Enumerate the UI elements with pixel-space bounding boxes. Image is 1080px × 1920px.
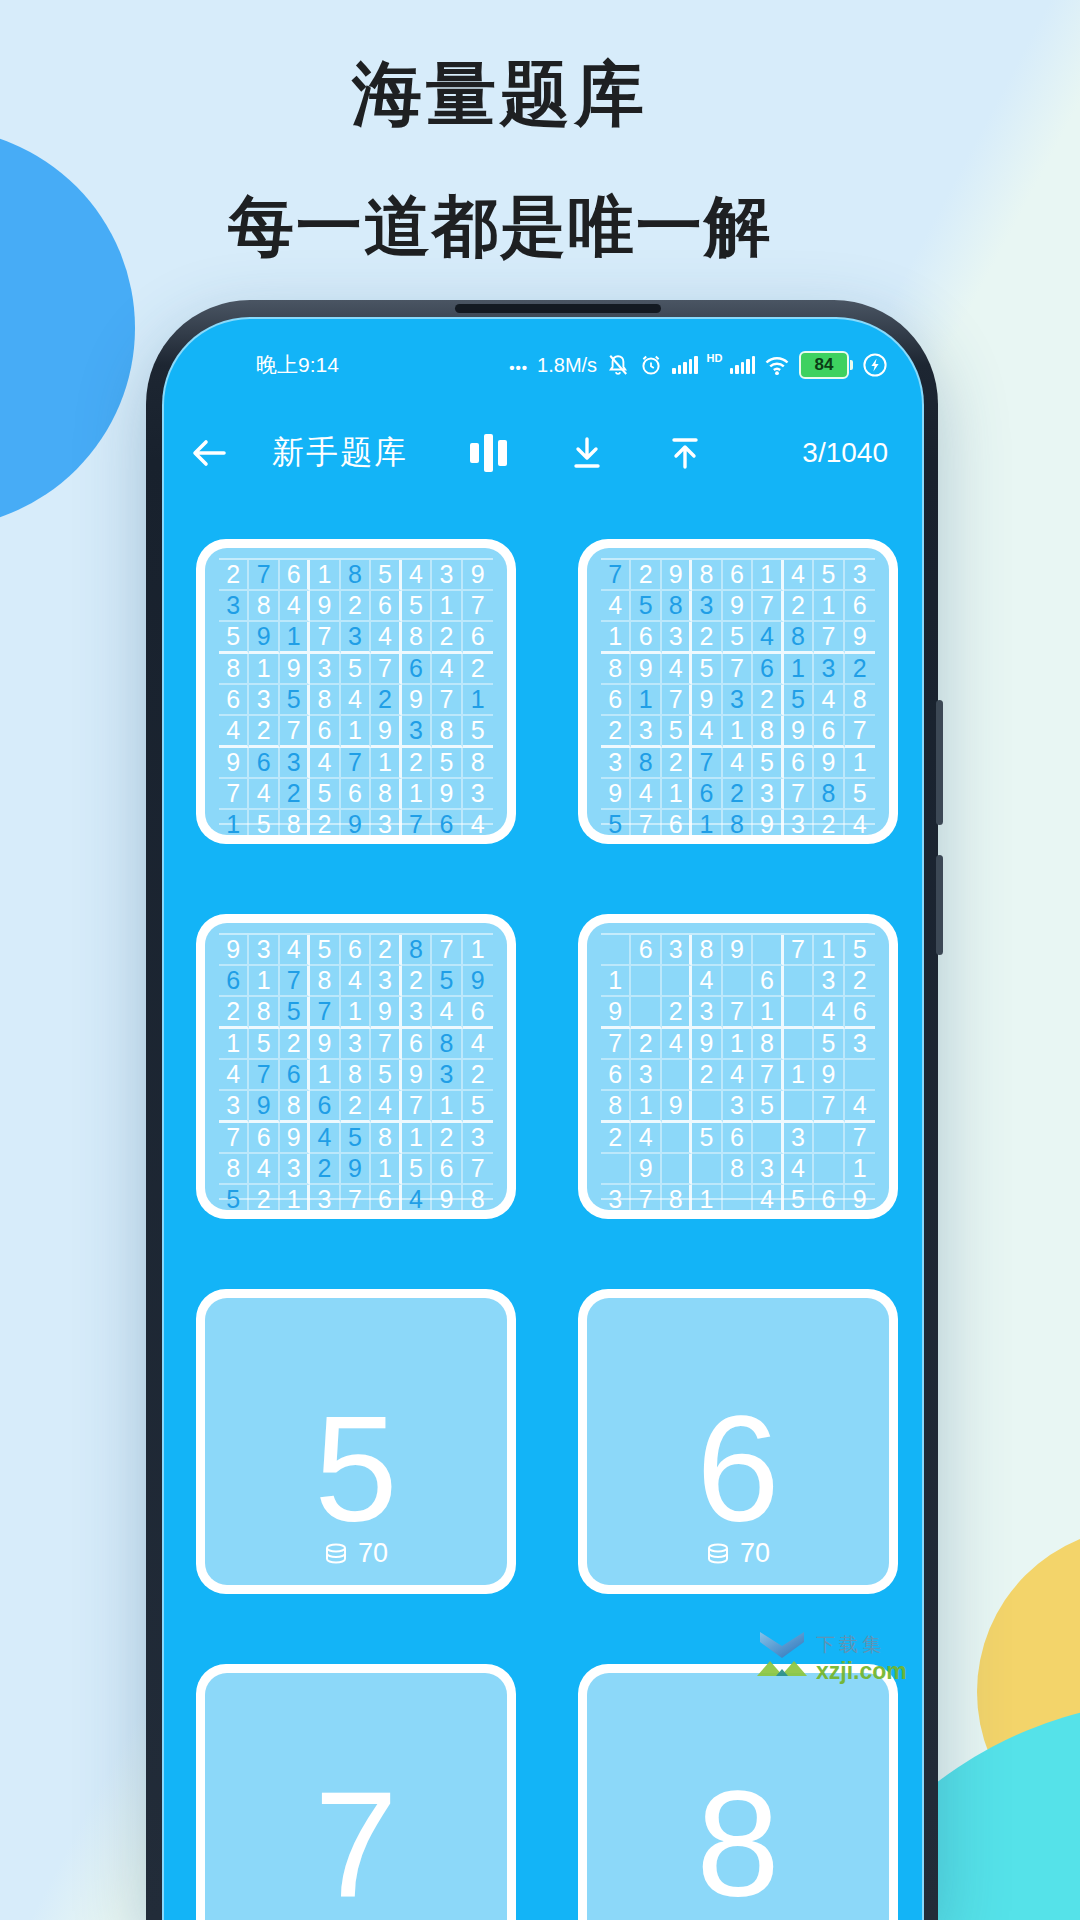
sudoku-cell: 1 <box>753 560 783 591</box>
sudoku-cell: 2 <box>784 591 814 622</box>
sudoku-cell: 5 <box>402 591 432 622</box>
sudoku-cell: 1 <box>723 716 753 748</box>
sudoku-cell: 1 <box>845 1154 875 1185</box>
sudoku-cell: 4 <box>814 685 844 716</box>
sudoku-cell: 7 <box>371 654 401 685</box>
sudoku-cell <box>784 1091 814 1123</box>
sudoku-cell: 2 <box>845 966 875 997</box>
hd-label: HD <box>707 352 723 364</box>
sudoku-cell: 1 <box>280 1185 310 1210</box>
sudoku-cell: 6 <box>662 810 692 835</box>
sudoku-cell: 1 <box>432 591 462 622</box>
sudoku-cell: 2 <box>662 748 692 779</box>
sudoku-cell: 3 <box>723 1091 753 1123</box>
sudoku-cell: 4 <box>814 997 844 1029</box>
sudoku-cell: 6 <box>371 1185 401 1210</box>
sudoku-cell: 9 <box>249 622 279 654</box>
sudoku-cell <box>784 1029 814 1060</box>
sudoku-cell: 5 <box>310 935 340 966</box>
alarm-clock-icon <box>639 353 663 377</box>
speaker-grille <box>455 304 661 313</box>
sudoku-cell: 1 <box>371 1154 401 1185</box>
sudoku-cell: 9 <box>432 1185 462 1210</box>
sudoku-cell: 3 <box>784 810 814 835</box>
sudoku-cell: 7 <box>845 716 875 748</box>
sudoku-cell: 1 <box>310 1060 340 1091</box>
sudoku-cell: 9 <box>310 591 340 622</box>
sudoku-cell: 7 <box>280 966 310 997</box>
sudoku-cell: 4 <box>249 779 279 810</box>
sudoku-cell: 8 <box>845 685 875 716</box>
sudoku-cell: 6 <box>219 685 249 716</box>
headline: 海量题库 每一道都是唯一解 <box>0 48 1000 272</box>
sudoku-cell: 9 <box>845 622 875 654</box>
sudoku-cell: 7 <box>723 654 753 685</box>
sudoku-cell: 4 <box>784 1154 814 1185</box>
sudoku-cell: 2 <box>341 591 371 622</box>
sudoku-cell: 2 <box>371 935 401 966</box>
sudoku-cell: 7 <box>219 779 249 810</box>
sudoku-cell <box>784 997 814 1029</box>
sudoku-cell: 2 <box>463 654 493 685</box>
sudoku-cell: 2 <box>631 1029 661 1060</box>
level-number: 5 <box>205 1394 507 1544</box>
sudoku-cell <box>814 1123 844 1154</box>
sudoku-cell: 8 <box>662 1185 692 1210</box>
sudoku-cell: 1 <box>310 560 340 591</box>
signal-bars-2-icon <box>730 356 756 374</box>
sudoku-cell: 9 <box>280 654 310 685</box>
sudoku-cell: 1 <box>845 748 875 779</box>
sudoku-board-3: 9345628716178432592857193461529376844761… <box>219 933 493 1200</box>
sudoku-cell: 4 <box>845 810 875 835</box>
sudoku-cell: 9 <box>692 685 722 716</box>
sudoku-cell: 1 <box>463 935 493 966</box>
sudoku-cell: 4 <box>723 748 753 779</box>
sudoku-cell: 1 <box>814 591 844 622</box>
sudoku-cell: 6 <box>310 1091 340 1123</box>
sudoku-cell: 5 <box>692 654 722 685</box>
sudoku-cell: 3 <box>784 1123 814 1154</box>
sudoku-cell: 5 <box>814 560 844 591</box>
sudoku-cell: 2 <box>662 997 692 1029</box>
sudoku-cell: 4 <box>463 1029 493 1060</box>
sudoku-card-1[interactable]: 2761854393849265175917348268193576426358… <box>196 539 516 844</box>
sudoku-cell: 8 <box>723 1154 753 1185</box>
sudoku-cell: 9 <box>402 1060 432 1091</box>
sudoku-cell: 3 <box>371 966 401 997</box>
sudoku-cell: 6 <box>845 591 875 622</box>
sudoku-cell: 3 <box>310 1185 340 1210</box>
sudoku-cell: 7 <box>784 779 814 810</box>
sudoku-cell: 3 <box>341 1029 371 1060</box>
status-bar: 晚上9:14 ••• 1.8M/s <box>164 343 922 387</box>
sudoku-cell: 5 <box>249 810 279 835</box>
sudoku-cell: 8 <box>753 1029 783 1060</box>
level-number: 7 <box>205 1769 507 1919</box>
sudoku-cell: 6 <box>341 935 371 966</box>
sudoku-cell: 2 <box>601 716 631 748</box>
sudoku-cell: 9 <box>402 685 432 716</box>
sudoku-cell: 2 <box>814 810 844 835</box>
sudoku-cell <box>814 1154 844 1185</box>
sudoku-cell: 3 <box>601 748 631 779</box>
sudoku-cell: 9 <box>463 966 493 997</box>
sudoku-cell: 5 <box>784 685 814 716</box>
sudoku-cell: 5 <box>753 1091 783 1123</box>
sudoku-cell: 8 <box>280 810 310 835</box>
sudoku-cell: 2 <box>249 1185 279 1210</box>
sudoku-cell: 9 <box>432 779 462 810</box>
sudoku-cell: 4 <box>432 997 462 1029</box>
sudoku-cell: 9 <box>845 1185 875 1210</box>
sudoku-cell: 6 <box>601 1060 631 1091</box>
sudoku-card-2[interactable]: 7298614534583972161632548798945761326179… <box>578 539 898 844</box>
sudoku-cell: 2 <box>249 716 279 748</box>
sudoku-cell: 8 <box>662 591 692 622</box>
sudoku-cell: 6 <box>402 654 432 685</box>
watermark: 下载集 xzji.com <box>756 1632 907 1685</box>
headline-line1: 海量题库 <box>0 48 1000 142</box>
puzzle-card-grid: 2761854393849265175917348268193576426358… <box>196 539 898 1920</box>
sudoku-cell: 2 <box>432 622 462 654</box>
sudoku-cell <box>631 997 661 1029</box>
bell-muted-icon <box>606 353 630 377</box>
sudoku-cell: 7 <box>723 997 753 1029</box>
sudoku-cell: 4 <box>371 1091 401 1123</box>
sudoku-cell: 4 <box>219 1060 249 1091</box>
sudoku-cell: 8 <box>249 997 279 1029</box>
sudoku-cell: 4 <box>280 591 310 622</box>
sudoku-cell: 6 <box>280 560 310 591</box>
sudoku-cell: 1 <box>341 997 371 1029</box>
sudoku-cell: 5 <box>601 810 631 835</box>
sudoku-cell: 9 <box>662 1091 692 1123</box>
sudoku-cell: 3 <box>219 1091 249 1123</box>
sudoku-cell: 3 <box>280 1154 310 1185</box>
sudoku-cell: 1 <box>341 716 371 748</box>
battery-icon: 84 <box>799 351 853 379</box>
sudoku-cell: 5 <box>341 654 371 685</box>
level-card-8[interactable]: 8 <box>578 1664 898 1920</box>
sudoku-cell: 4 <box>845 1091 875 1123</box>
sudoku-cell: 1 <box>249 966 279 997</box>
sudoku-cell <box>662 966 692 997</box>
watermark-logo-icon <box>756 1632 808 1678</box>
sudoku-cell <box>692 1154 722 1185</box>
sudoku-cell: 8 <box>219 654 249 685</box>
sudoku-cell: 4 <box>692 966 722 997</box>
page-title: 新手题库 <box>272 431 408 475</box>
sudoku-cell: 6 <box>723 560 753 591</box>
sudoku-cell: 6 <box>463 622 493 654</box>
sudoku-cell: 5 <box>463 1091 493 1123</box>
sudoku-cell: 6 <box>463 997 493 1029</box>
sudoku-cell: 8 <box>310 685 340 716</box>
sudoku-board-4: 6389715146329237146724918536324719819357… <box>601 933 875 1200</box>
network-speed: 1.8M/s <box>537 354 597 377</box>
puzzle-counter: 3/1040 <box>802 437 888 469</box>
sudoku-board-1: 2761854393849265175917348268193576426358… <box>219 558 493 825</box>
stats-button[interactable] <box>470 433 507 473</box>
sudoku-cell: 5 <box>371 560 401 591</box>
sudoku-cell: 9 <box>631 1154 661 1185</box>
sudoku-cell: 6 <box>249 748 279 779</box>
sudoku-cell: 1 <box>402 779 432 810</box>
sudoku-cell: 7 <box>249 1060 279 1091</box>
sudoku-cell: 1 <box>371 748 401 779</box>
sudoku-cell: 7 <box>784 935 814 966</box>
sudoku-cell: 2 <box>280 779 310 810</box>
sudoku-cell: 8 <box>432 716 462 748</box>
sudoku-cell: 4 <box>280 935 310 966</box>
level-card-7[interactable]: 7 <box>196 1664 516 1920</box>
level-number: 8 <box>587 1769 889 1919</box>
sudoku-cell <box>662 1060 692 1091</box>
sudoku-cell: 4 <box>662 1029 692 1060</box>
sudoku-cell: 6 <box>432 810 462 835</box>
sudoku-cell: 6 <box>280 1060 310 1091</box>
watermark-text-cn: 下载集 <box>816 1632 907 1658</box>
level-card-5[interactable]: 5 70 <box>196 1289 516 1594</box>
sudoku-cell: 3 <box>310 654 340 685</box>
sudoku-cell: 2 <box>692 622 722 654</box>
sudoku-cell: 1 <box>280 622 310 654</box>
sudoku-cell: 6 <box>814 716 844 748</box>
back-button[interactable] <box>190 437 228 469</box>
sudoku-cell <box>631 966 661 997</box>
sudoku-cell: 3 <box>723 685 753 716</box>
sudoku-cell: 3 <box>463 779 493 810</box>
download-button[interactable] <box>569 435 605 471</box>
sudoku-cell: 7 <box>601 1029 631 1060</box>
sudoku-cell: 1 <box>432 1091 462 1123</box>
sudoku-cell: 5 <box>432 748 462 779</box>
sudoku-cell: 6 <box>432 1154 462 1185</box>
sudoku-cell: 7 <box>341 748 371 779</box>
sudoku-cell: 2 <box>631 560 661 591</box>
sudoku-cell: 7 <box>753 591 783 622</box>
charging-icon <box>862 352 888 378</box>
sudoku-cell: 4 <box>662 654 692 685</box>
sudoku-cell: 4 <box>723 1060 753 1091</box>
sudoku-cell: 1 <box>631 685 661 716</box>
sudoku-cell: 6 <box>249 1123 279 1154</box>
sudoku-cell: 4 <box>784 560 814 591</box>
sudoku-cell: 9 <box>723 935 753 966</box>
sudoku-cell: 4 <box>341 966 371 997</box>
sudoku-cell: 1 <box>402 1123 432 1154</box>
sudoku-cell: 3 <box>662 622 692 654</box>
sudoku-cell: 2 <box>402 966 432 997</box>
sudoku-cell: 4 <box>341 685 371 716</box>
sudoku-cell: 5 <box>784 1185 814 1210</box>
sudoku-cell <box>723 1185 753 1210</box>
sudoku-cell: 5 <box>249 1029 279 1060</box>
sudoku-cell: 7 <box>692 748 722 779</box>
sudoku-cell: 5 <box>219 1185 249 1210</box>
mobile-data-dots-icon: ••• <box>509 359 528 376</box>
sudoku-cell: 9 <box>814 748 844 779</box>
sudoku-cell: 2 <box>219 560 249 591</box>
sudoku-cell <box>662 1154 692 1185</box>
sudoku-cell <box>601 1154 631 1185</box>
level-card-6[interactable]: 6 70 <box>578 1289 898 1594</box>
watermark-url: xzji.com <box>816 1658 907 1685</box>
sudoku-cell: 8 <box>631 748 661 779</box>
sudoku-card-4[interactable]: 6389715146329237146724918536324719819357… <box>578 914 898 1219</box>
sudoku-cell: 8 <box>310 966 340 997</box>
volume-button <box>936 700 943 825</box>
sudoku-cell: 1 <box>601 966 631 997</box>
sudoku-cell: 1 <box>601 622 631 654</box>
sudoku-cell: 6 <box>310 716 340 748</box>
sudoku-cell: 6 <box>723 1123 753 1154</box>
sudoku-cell: 6 <box>631 935 661 966</box>
coins-count: 70 <box>740 1538 770 1569</box>
sudoku-cell: 9 <box>371 997 401 1029</box>
sudoku-board-2: 7298614534583972161632548798945761326179… <box>601 558 875 825</box>
sudoku-cell: 4 <box>219 716 249 748</box>
sudoku-cell: 7 <box>371 1029 401 1060</box>
sudoku-cell: 5 <box>280 997 310 1029</box>
sudoku-cell: 7 <box>662 685 692 716</box>
sudoku-cell: 5 <box>723 622 753 654</box>
sudoku-cell: 8 <box>371 779 401 810</box>
sudoku-cell: 9 <box>280 1123 310 1154</box>
sudoku-cell: 1 <box>249 654 279 685</box>
sudoku-cell: 6 <box>371 591 401 622</box>
sudoku-cell: 3 <box>814 654 844 685</box>
sudoku-cell: 8 <box>402 935 432 966</box>
sudoku-cell: 3 <box>753 779 783 810</box>
sudoku-cell: 2 <box>463 1060 493 1091</box>
sudoku-cell: 1 <box>662 779 692 810</box>
sudoku-cell: 9 <box>219 935 249 966</box>
sudoku-cell: 8 <box>341 560 371 591</box>
sudoku-cell: 6 <box>845 997 875 1029</box>
sudoku-cell: 7 <box>432 935 462 966</box>
sudoku-cell: 5 <box>310 779 340 810</box>
sudoku-cell: 7 <box>219 1123 249 1154</box>
sudoku-cell: 4 <box>601 591 631 622</box>
sudoku-cell <box>784 966 814 997</box>
sudoku-cell: 8 <box>692 935 722 966</box>
sudoku-cell: 9 <box>601 779 631 810</box>
sudoku-cell: 3 <box>662 935 692 966</box>
sudoku-cell: 6 <box>814 1185 844 1210</box>
sudoku-cell: 4 <box>310 748 340 779</box>
sudoku-cell: 3 <box>249 935 279 966</box>
sudoku-cell: 6 <box>402 1029 432 1060</box>
sudoku-cell: 3 <box>845 1029 875 1060</box>
sudoku-cell: 3 <box>845 560 875 591</box>
sudoku-cell: 1 <box>692 810 722 835</box>
sudoku-cell: 6 <box>784 748 814 779</box>
power-button <box>936 855 943 955</box>
sudoku-cell: 3 <box>631 716 661 748</box>
sudoku-cell: 4 <box>371 622 401 654</box>
sudoku-cell: 1 <box>692 1185 722 1210</box>
sudoku-cell: 7 <box>249 560 279 591</box>
sudoku-cell: 4 <box>402 560 432 591</box>
sudoku-cell: 8 <box>463 748 493 779</box>
sudoku-cell: 7 <box>432 685 462 716</box>
sudoku-cell: 3 <box>631 1060 661 1091</box>
sudoku-cell: 9 <box>601 997 631 1029</box>
sudoku-cell: 5 <box>631 591 661 622</box>
sudoku-cell: 2 <box>341 1091 371 1123</box>
sudoku-cell: 6 <box>631 622 661 654</box>
sudoku-cell: 7 <box>341 1185 371 1210</box>
sudoku-cell: 8 <box>692 560 722 591</box>
sudoku-cell: 5 <box>341 1123 371 1154</box>
sudoku-cell: 9 <box>219 748 249 779</box>
sudoku-cell: 8 <box>249 591 279 622</box>
sudoku-cell: 2 <box>310 810 340 835</box>
battery-percent: 84 <box>799 351 849 379</box>
sudoku-cell: 8 <box>601 654 631 685</box>
sudoku-cell: 5 <box>432 966 462 997</box>
sudoku-cell: 9 <box>814 1060 844 1091</box>
sudoku-cell: 7 <box>814 622 844 654</box>
upload-button[interactable] <box>667 435 703 471</box>
sudoku-cell: 3 <box>219 591 249 622</box>
sudoku-cell: 9 <box>341 1154 371 1185</box>
sudoku-cell: 1 <box>723 1029 753 1060</box>
wifi-icon <box>764 355 790 376</box>
sudoku-cell: 7 <box>814 1091 844 1123</box>
nav-bar: 新手题库 3/1040 <box>164 417 922 489</box>
sudoku-cell: 8 <box>601 1091 631 1123</box>
sudoku-cell: 8 <box>341 1060 371 1091</box>
sudoku-cell: 4 <box>631 779 661 810</box>
sudoku-cell: 8 <box>723 810 753 835</box>
sudoku-cell: 1 <box>814 935 844 966</box>
sudoku-cell: 7 <box>753 1060 783 1091</box>
sudoku-cell: 2 <box>402 748 432 779</box>
sudoku-cell: 9 <box>753 810 783 835</box>
sudoku-cell: 8 <box>463 1185 493 1210</box>
sudoku-cell <box>601 935 631 966</box>
sudoku-cell: 7 <box>463 1154 493 1185</box>
sudoku-cell: 9 <box>463 560 493 591</box>
sudoku-cell: 6 <box>601 685 631 716</box>
sudoku-cell <box>692 1091 722 1123</box>
sudoku-cell: 3 <box>753 1154 783 1185</box>
sudoku-cell: 6 <box>341 779 371 810</box>
sudoku-cell: 9 <box>723 591 753 622</box>
sudoku-cell: 2 <box>280 1029 310 1060</box>
sudoku-cell: 6 <box>753 966 783 997</box>
sudoku-cell: 3 <box>371 810 401 835</box>
sudoku-cell: 5 <box>692 1123 722 1154</box>
sudoku-cell: 4 <box>692 716 722 748</box>
sudoku-cell: 9 <box>692 1029 722 1060</box>
coins-icon <box>706 1543 730 1565</box>
sudoku-card-3[interactable]: 9345628716178432592857193461529376844761… <box>196 914 516 1219</box>
sudoku-cell <box>845 1060 875 1091</box>
sudoku-cell: 2 <box>371 685 401 716</box>
sudoku-cell: 3 <box>402 716 432 748</box>
sudoku-cell: 2 <box>723 779 753 810</box>
sudoku-cell: 4 <box>310 1123 340 1154</box>
sudoku-cell: 9 <box>631 654 661 685</box>
sudoku-cell: 7 <box>280 716 310 748</box>
sudoku-cell: 9 <box>341 810 371 835</box>
sudoku-cell: 8 <box>814 779 844 810</box>
sudoku-cell: 8 <box>280 1091 310 1123</box>
